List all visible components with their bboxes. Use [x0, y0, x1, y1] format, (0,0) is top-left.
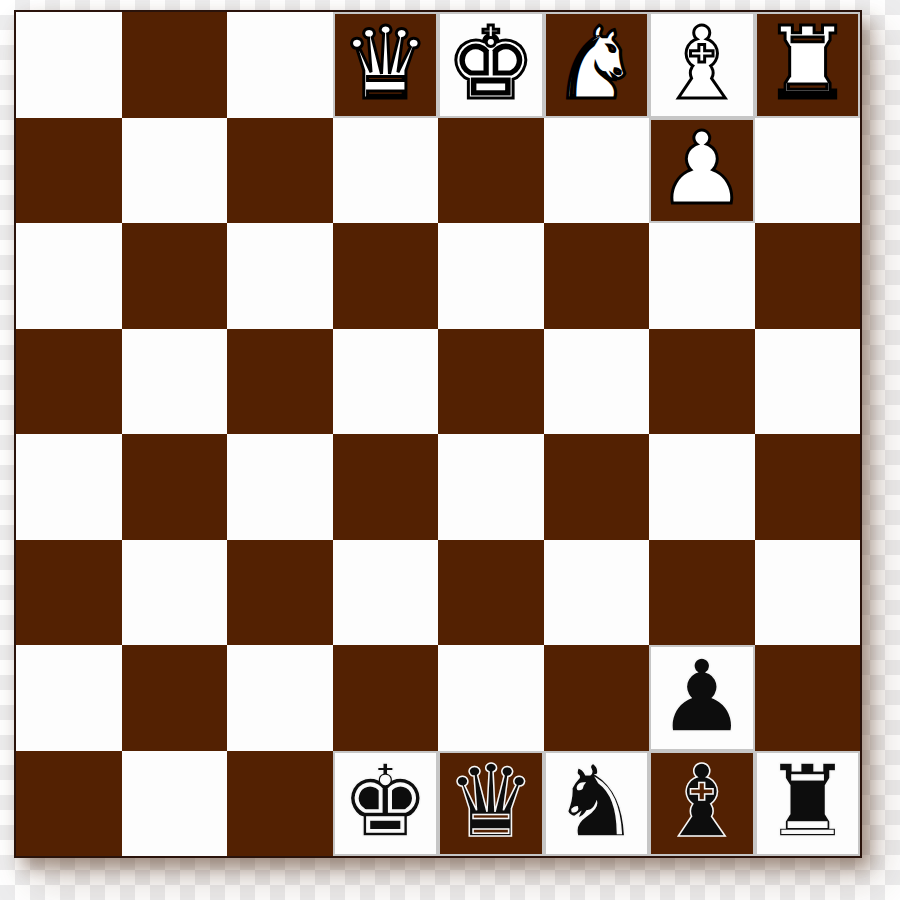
square-a6[interactable] [16, 223, 122, 329]
square-g1[interactable]: ♝ [649, 751, 755, 857]
square-a3[interactable] [16, 540, 122, 646]
square-c3[interactable] [227, 540, 333, 646]
square-a5[interactable] [16, 329, 122, 435]
black-knight-piece: ♞ [551, 752, 641, 856]
square-a4[interactable] [16, 434, 122, 540]
square-f7[interactable] [544, 118, 650, 224]
square-f1[interactable]: ♞ [544, 751, 650, 857]
white-rook-piece: ♜ [762, 14, 852, 118]
square-a1[interactable] [16, 751, 122, 857]
square-e2[interactable] [438, 645, 544, 751]
square-f8[interactable]: ♞ [544, 12, 650, 118]
square-f6[interactable] [544, 223, 650, 329]
square-g4[interactable] [649, 434, 755, 540]
square-b2[interactable] [122, 645, 228, 751]
square-a2[interactable] [16, 645, 122, 751]
square-e6[interactable] [438, 223, 544, 329]
square-b8[interactable] [122, 12, 228, 118]
square-e7[interactable] [438, 118, 544, 224]
black-rook-piece: ♜ [762, 752, 852, 856]
square-d1[interactable]: ♚ [333, 751, 439, 857]
white-knight-piece: ♞ [551, 14, 641, 118]
square-b3[interactable] [122, 540, 228, 646]
square-h1[interactable]: ♜ [755, 751, 861, 857]
square-c8[interactable] [227, 12, 333, 118]
square-c2[interactable] [227, 645, 333, 751]
square-h7[interactable] [755, 118, 861, 224]
square-f3[interactable] [544, 540, 650, 646]
square-e8[interactable]: ♚ [438, 12, 544, 118]
square-b6[interactable] [122, 223, 228, 329]
square-e3[interactable] [438, 540, 544, 646]
square-c1[interactable] [227, 751, 333, 857]
square-d4[interactable] [333, 434, 439, 540]
square-b5[interactable] [122, 329, 228, 435]
square-c5[interactable] [227, 329, 333, 435]
transparency-background: ♛♚♞♝♜♟♟♚♛♞♝♜ [0, 0, 900, 900]
square-g2[interactable]: ♟ [649, 645, 755, 751]
white-queen-piece: ♛ [340, 14, 430, 118]
square-d2[interactable] [333, 645, 439, 751]
square-d3[interactable] [333, 540, 439, 646]
square-c6[interactable] [227, 223, 333, 329]
square-h3[interactable] [755, 540, 861, 646]
square-f4[interactable] [544, 434, 650, 540]
square-a7[interactable] [16, 118, 122, 224]
square-e4[interactable] [438, 434, 544, 540]
square-a8[interactable] [16, 12, 122, 118]
black-king-piece: ♚ [340, 752, 430, 856]
square-e1[interactable]: ♛ [438, 751, 544, 857]
square-d7[interactable] [333, 118, 439, 224]
square-h4[interactable] [755, 434, 861, 540]
square-b7[interactable] [122, 118, 228, 224]
square-h2[interactable] [755, 645, 861, 751]
square-h6[interactable] [755, 223, 861, 329]
square-f5[interactable] [544, 329, 650, 435]
square-f2[interactable] [544, 645, 650, 751]
square-d8[interactable]: ♛ [333, 12, 439, 118]
square-c7[interactable] [227, 118, 333, 224]
square-h8[interactable]: ♜ [755, 12, 861, 118]
white-pawn-piece: ♟ [657, 119, 747, 223]
square-d5[interactable] [333, 329, 439, 435]
square-g3[interactable] [649, 540, 755, 646]
square-b4[interactable] [122, 434, 228, 540]
square-e5[interactable] [438, 329, 544, 435]
square-g6[interactable] [649, 223, 755, 329]
white-king-piece: ♚ [446, 14, 536, 118]
chessboard: ♛♚♞♝♜♟♟♚♛♞♝♜ [14, 10, 862, 858]
black-bishop-piece: ♝ [657, 752, 747, 856]
black-pawn-piece: ♟ [657, 647, 747, 751]
square-c4[interactable] [227, 434, 333, 540]
white-bishop-piece: ♝ [657, 14, 747, 118]
square-d6[interactable] [333, 223, 439, 329]
square-g7[interactable]: ♟ [649, 118, 755, 224]
square-g5[interactable] [649, 329, 755, 435]
square-g8[interactable]: ♝ [649, 12, 755, 118]
square-b1[interactable] [122, 751, 228, 857]
square-h5[interactable] [755, 329, 861, 435]
black-queen-piece: ♛ [446, 752, 536, 856]
